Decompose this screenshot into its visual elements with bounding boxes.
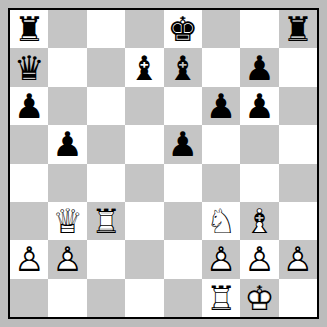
square-d4[interactable] xyxy=(125,164,163,202)
square-b6[interactable] xyxy=(48,87,86,125)
square-d2[interactable] xyxy=(125,240,163,278)
square-h2[interactable]: ♟♙ xyxy=(279,240,317,278)
chess-diagram: ♜♚♜♛♝♝♟♟♟♟♟♟♛♕♜♖♞♘♝♗♟♙♟♙♟♙♟♙♟♙♜♖♚♔ xyxy=(0,0,327,327)
black-rook[interactable]: ♜ xyxy=(10,10,48,48)
square-b3[interactable]: ♛♕ xyxy=(48,202,86,240)
square-e8[interactable]: ♚ xyxy=(164,10,202,48)
square-a7[interactable]: ♛ xyxy=(10,48,48,86)
square-b1[interactable] xyxy=(48,279,86,317)
white-pawn-glyph: ♙ xyxy=(10,240,48,278)
square-d5[interactable] xyxy=(125,125,163,163)
white-pawn[interactable]: ♟♙ xyxy=(279,240,317,278)
square-h4[interactable] xyxy=(279,164,317,202)
square-g6[interactable]: ♟ xyxy=(240,87,278,125)
chess-board: ♜♚♜♛♝♝♟♟♟♟♟♟♛♕♜♖♞♘♝♗♟♙♟♙♟♙♟♙♟♙♜♖♚♔ xyxy=(10,10,317,317)
square-a6[interactable]: ♟ xyxy=(10,87,48,125)
square-g4[interactable] xyxy=(240,164,278,202)
black-pawn-glyph: ♟ xyxy=(48,125,86,163)
black-bishop-glyph: ♝ xyxy=(164,48,202,86)
black-king-glyph: ♚ xyxy=(164,10,202,48)
square-d8[interactable] xyxy=(125,10,163,48)
white-rook[interactable]: ♜♖ xyxy=(202,279,240,317)
square-g7[interactable]: ♟ xyxy=(240,48,278,86)
black-bishop-glyph: ♝ xyxy=(125,48,163,86)
black-king[interactable]: ♚ xyxy=(164,10,202,48)
white-pawn[interactable]: ♟♙ xyxy=(202,240,240,278)
square-f8[interactable] xyxy=(202,10,240,48)
white-rook-glyph: ♖ xyxy=(87,202,125,240)
square-g1[interactable]: ♚♔ xyxy=(240,279,278,317)
square-e4[interactable] xyxy=(164,164,202,202)
black-pawn[interactable]: ♟ xyxy=(164,125,202,163)
white-king-glyph: ♔ xyxy=(240,279,278,317)
white-knight[interactable]: ♞♘ xyxy=(202,202,240,240)
square-d3[interactable] xyxy=(125,202,163,240)
black-pawn[interactable]: ♟ xyxy=(240,48,278,86)
square-b8[interactable] xyxy=(48,10,86,48)
square-h7[interactable] xyxy=(279,48,317,86)
square-h5[interactable] xyxy=(279,125,317,163)
square-e2[interactable] xyxy=(164,240,202,278)
black-pawn-glyph: ♟ xyxy=(240,48,278,86)
black-pawn-glyph: ♟ xyxy=(164,125,202,163)
white-queen[interactable]: ♛♕ xyxy=(48,202,86,240)
square-f4[interactable] xyxy=(202,164,240,202)
white-bishop-glyph: ♗ xyxy=(240,202,278,240)
square-g2[interactable]: ♟♙ xyxy=(240,240,278,278)
square-f1[interactable]: ♜♖ xyxy=(202,279,240,317)
white-pawn-glyph: ♙ xyxy=(279,240,317,278)
black-bishop[interactable]: ♝ xyxy=(164,48,202,86)
black-queen[interactable]: ♛ xyxy=(10,48,48,86)
black-pawn[interactable]: ♟ xyxy=(10,87,48,125)
square-c3[interactable]: ♜♖ xyxy=(87,202,125,240)
white-bishop[interactable]: ♝♗ xyxy=(240,202,278,240)
black-queen-glyph: ♛ xyxy=(10,48,48,86)
square-b7[interactable] xyxy=(48,48,86,86)
square-f6[interactable]: ♟ xyxy=(202,87,240,125)
white-rook[interactable]: ♜♖ xyxy=(87,202,125,240)
square-e1[interactable] xyxy=(164,279,202,317)
square-e6[interactable] xyxy=(164,87,202,125)
square-e3[interactable] xyxy=(164,202,202,240)
square-c4[interactable] xyxy=(87,164,125,202)
square-a8[interactable]: ♜ xyxy=(10,10,48,48)
square-b5[interactable]: ♟ xyxy=(48,125,86,163)
square-h8[interactable]: ♜ xyxy=(279,10,317,48)
black-rook-glyph: ♜ xyxy=(279,10,317,48)
square-b4[interactable] xyxy=(48,164,86,202)
white-pawn-glyph: ♙ xyxy=(202,240,240,278)
white-pawn[interactable]: ♟♙ xyxy=(10,240,48,278)
white-knight-glyph: ♘ xyxy=(202,202,240,240)
square-a4[interactable] xyxy=(10,164,48,202)
square-h6[interactable] xyxy=(279,87,317,125)
square-a1[interactable] xyxy=(10,279,48,317)
square-c1[interactable] xyxy=(87,279,125,317)
square-d7[interactable]: ♝ xyxy=(125,48,163,86)
square-c5[interactable] xyxy=(87,125,125,163)
square-e5[interactable]: ♟ xyxy=(164,125,202,163)
white-pawn-glyph: ♙ xyxy=(240,240,278,278)
white-rook-glyph: ♖ xyxy=(202,279,240,317)
white-pawn[interactable]: ♟♙ xyxy=(240,240,278,278)
square-c2[interactable] xyxy=(87,240,125,278)
black-pawn-glyph: ♟ xyxy=(10,87,48,125)
black-pawn[interactable]: ♟ xyxy=(48,125,86,163)
square-a5[interactable] xyxy=(10,125,48,163)
square-f3[interactable]: ♞♘ xyxy=(202,202,240,240)
square-f2[interactable]: ♟♙ xyxy=(202,240,240,278)
square-d6[interactable] xyxy=(125,87,163,125)
white-pawn[interactable]: ♟♙ xyxy=(48,240,86,278)
square-g3[interactable]: ♝♗ xyxy=(240,202,278,240)
black-rook-glyph: ♜ xyxy=(10,10,48,48)
black-bishop[interactable]: ♝ xyxy=(125,48,163,86)
black-rook[interactable]: ♜ xyxy=(279,10,317,48)
square-g5[interactable] xyxy=(240,125,278,163)
square-b2[interactable]: ♟♙ xyxy=(48,240,86,278)
square-f7[interactable] xyxy=(202,48,240,86)
board-frame: ♜♚♜♛♝♝♟♟♟♟♟♟♛♕♜♖♞♘♝♗♟♙♟♙♟♙♟♙♟♙♜♖♚♔ xyxy=(8,8,319,319)
square-a3[interactable] xyxy=(10,202,48,240)
black-pawn-glyph: ♟ xyxy=(202,87,240,125)
white-king[interactable]: ♚♔ xyxy=(240,279,278,317)
black-pawn-glyph: ♟ xyxy=(240,87,278,125)
black-pawn[interactable]: ♟ xyxy=(240,87,278,125)
square-c6[interactable] xyxy=(87,87,125,125)
square-c8[interactable] xyxy=(87,10,125,48)
white-queen-glyph: ♕ xyxy=(48,202,86,240)
square-c7[interactable] xyxy=(87,48,125,86)
white-pawn-glyph: ♙ xyxy=(48,240,86,278)
square-h1[interactable] xyxy=(279,279,317,317)
square-d1[interactable] xyxy=(125,279,163,317)
square-e7[interactable]: ♝ xyxy=(164,48,202,86)
square-a2[interactable]: ♟♙ xyxy=(10,240,48,278)
square-g8[interactable] xyxy=(240,10,278,48)
black-pawn[interactable]: ♟ xyxy=(202,87,240,125)
square-f5[interactable] xyxy=(202,125,240,163)
square-h3[interactable] xyxy=(279,202,317,240)
